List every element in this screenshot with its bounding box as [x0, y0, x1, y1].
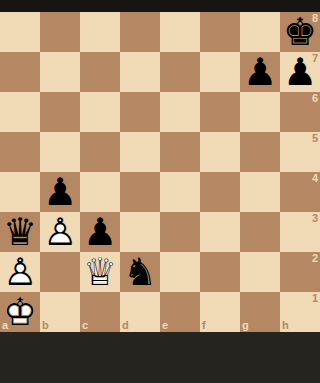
square-e5[interactable] [160, 132, 200, 172]
square-g2[interactable] [240, 252, 280, 292]
piece-fill-glyph: ♛ [0, 212, 40, 252]
bottom-margin [0, 332, 320, 383]
square-a8[interactable] [0, 12, 40, 52]
square-f1[interactable]: f [200, 292, 240, 332]
piece-fill-glyph: ♟ [280, 52, 320, 92]
white-queen[interactable]: ♛♕ [80, 252, 120, 292]
square-b3[interactable]: ♟♙ [40, 212, 80, 252]
square-e4[interactable] [160, 172, 200, 212]
square-a6[interactable] [0, 92, 40, 132]
square-h6[interactable]: 6 [280, 92, 320, 132]
square-c8[interactable] [80, 12, 120, 52]
square-b4[interactable]: ♟ [40, 172, 80, 212]
square-g4[interactable] [240, 172, 280, 212]
square-d8[interactable] [120, 12, 160, 52]
square-b2[interactable] [40, 252, 80, 292]
piece-fill-glyph: ♟ [40, 172, 80, 212]
square-d2[interactable]: ♞ [120, 252, 160, 292]
square-g8[interactable] [240, 12, 280, 52]
white-pawn[interactable]: ♟♙ [40, 212, 80, 252]
square-c2[interactable]: ♛♕ [80, 252, 120, 292]
rank-label-6: 6 [312, 93, 318, 104]
square-c4[interactable] [80, 172, 120, 212]
black-king[interactable]: ♚ [280, 12, 320, 52]
chess-board: 8♚♟7♟65♟4♛♟♙♟3♟♙♛♕♞2a♚♔bcdefg1h [0, 12, 320, 332]
square-g6[interactable] [240, 92, 280, 132]
piece-fill-glyph: ♞ [120, 252, 160, 292]
square-h3[interactable]: 3 [280, 212, 320, 252]
square-f4[interactable] [200, 172, 240, 212]
square-b8[interactable] [40, 12, 80, 52]
square-g1[interactable]: g [240, 292, 280, 332]
square-e7[interactable] [160, 52, 200, 92]
piece-outline-glyph: ♙ [40, 212, 80, 252]
square-c7[interactable] [80, 52, 120, 92]
square-h2[interactable]: 2 [280, 252, 320, 292]
square-b1[interactable]: b [40, 292, 80, 332]
file-label-h: h [282, 320, 289, 331]
square-c6[interactable] [80, 92, 120, 132]
square-h1[interactable]: 1h [280, 292, 320, 332]
piece-outline-glyph: ♙ [0, 252, 40, 292]
square-d5[interactable] [120, 132, 160, 172]
file-label-c: c [82, 320, 88, 331]
square-d1[interactable]: d [120, 292, 160, 332]
chess-app-screen: 8♚♟7♟65♟4♛♟♙♟3♟♙♛♕♞2a♚♔bcdefg1h [0, 0, 320, 383]
square-a1[interactable]: a♚♔ [0, 292, 40, 332]
square-a7[interactable] [0, 52, 40, 92]
file-label-f: f [202, 320, 206, 331]
file-label-b: b [42, 320, 49, 331]
black-pawn[interactable]: ♟ [240, 52, 280, 92]
piece-fill-glyph: ♟ [80, 212, 120, 252]
square-a3[interactable]: ♛ [0, 212, 40, 252]
square-f3[interactable] [200, 212, 240, 252]
square-a2[interactable]: ♟♙ [0, 252, 40, 292]
square-b7[interactable] [40, 52, 80, 92]
black-pawn[interactable]: ♟ [280, 52, 320, 92]
file-label-e: e [162, 320, 168, 331]
square-b5[interactable] [40, 132, 80, 172]
piece-outline-glyph: ♔ [0, 292, 40, 332]
white-pawn[interactable]: ♟♙ [0, 252, 40, 292]
square-f5[interactable] [200, 132, 240, 172]
square-a4[interactable] [0, 172, 40, 212]
square-h8[interactable]: 8♚ [280, 12, 320, 52]
square-e2[interactable] [160, 252, 200, 292]
square-g3[interactable] [240, 212, 280, 252]
black-pawn[interactable]: ♟ [40, 172, 80, 212]
file-label-d: d [122, 320, 129, 331]
square-d3[interactable] [120, 212, 160, 252]
square-a5[interactable] [0, 132, 40, 172]
square-b6[interactable] [40, 92, 80, 132]
piece-fill-glyph: ♟ [240, 52, 280, 92]
rank-label-1: 1 [312, 293, 318, 304]
square-d6[interactable] [120, 92, 160, 132]
square-f2[interactable] [200, 252, 240, 292]
square-e6[interactable] [160, 92, 200, 132]
square-f7[interactable] [200, 52, 240, 92]
rank-label-2: 2 [312, 253, 318, 264]
square-c5[interactable] [80, 132, 120, 172]
square-c3[interactable]: ♟ [80, 212, 120, 252]
white-king[interactable]: ♚♔ [0, 292, 40, 332]
square-h4[interactable]: 4 [280, 172, 320, 212]
square-e8[interactable] [160, 12, 200, 52]
square-d7[interactable] [120, 52, 160, 92]
square-f6[interactable] [200, 92, 240, 132]
black-knight[interactable]: ♞ [120, 252, 160, 292]
piece-outline-glyph: ♕ [80, 252, 120, 292]
black-pawn[interactable]: ♟ [80, 212, 120, 252]
top-margin [0, 0, 320, 12]
square-f8[interactable] [200, 12, 240, 52]
square-d4[interactable] [120, 172, 160, 212]
square-g5[interactable] [240, 132, 280, 172]
piece-fill-glyph: ♚ [280, 12, 320, 52]
square-h5[interactable]: 5 [280, 132, 320, 172]
rank-label-3: 3 [312, 213, 318, 224]
rank-label-5: 5 [312, 133, 318, 144]
square-e1[interactable]: e [160, 292, 200, 332]
square-e3[interactable] [160, 212, 200, 252]
file-label-g: g [242, 320, 249, 331]
square-h7[interactable]: 7♟ [280, 52, 320, 92]
rank-label-4: 4 [312, 173, 318, 184]
black-queen[interactable]: ♛ [0, 212, 40, 252]
square-c1[interactable]: c [80, 292, 120, 332]
square-g7[interactable]: ♟ [240, 52, 280, 92]
